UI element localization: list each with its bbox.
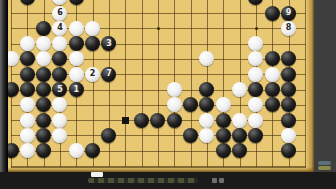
stone-white [52, 36, 67, 51]
stone-white [248, 113, 263, 128]
stone-black [167, 113, 182, 128]
watermark-icon [318, 161, 331, 171]
stone-white [36, 51, 51, 66]
stone-white [69, 143, 84, 158]
stone-move-4: 4 [52, 21, 67, 36]
stone-white [36, 36, 51, 51]
board-right-edge [306, 0, 314, 172]
stone-white [20, 97, 35, 112]
go-board[interactable]: 694832751 [8, 0, 314, 172]
window-left-edge [0, 0, 8, 172]
stone-move-6: 6 [52, 6, 67, 21]
stone-move-1: 1 [69, 82, 84, 97]
star-point [255, 27, 258, 30]
stone-black [248, 0, 263, 5]
stone-white [52, 128, 67, 143]
grid-line-vertical [158, 0, 159, 167]
stone-white [69, 51, 84, 66]
stone-black [36, 143, 51, 158]
stone-move-9: 9 [281, 6, 296, 21]
window-background [314, 0, 336, 172]
stone-move-7: 7 [101, 67, 116, 82]
stone-white [232, 82, 247, 97]
stone-black [216, 113, 231, 128]
stone-white [199, 128, 214, 143]
stone-black [232, 143, 247, 158]
stone-black [36, 113, 51, 128]
mini-buttons-icon[interactable] [212, 178, 224, 183]
stone-black [20, 82, 35, 97]
stone-white [248, 67, 263, 82]
stone-white [52, 113, 67, 128]
stone-black [85, 143, 100, 158]
stone-white [20, 128, 35, 143]
stone-black [216, 128, 231, 143]
grid-line-horizontal [11, 151, 306, 152]
stone-black [36, 128, 51, 143]
stone-white [20, 36, 35, 51]
stone-white [265, 67, 280, 82]
stone-black [134, 113, 149, 128]
stone-black [265, 6, 280, 21]
stone-move-3: 3 [101, 36, 116, 51]
stone-black [69, 36, 84, 51]
stone-black [248, 128, 263, 143]
stone-black [36, 82, 51, 97]
stone-white [199, 113, 214, 128]
stone-white [232, 113, 247, 128]
stone-black [281, 67, 296, 82]
star-point [157, 27, 160, 30]
stone-white [167, 97, 182, 112]
stone-black [183, 128, 198, 143]
stone-black [36, 97, 51, 112]
stone-black [265, 82, 280, 97]
stone-black [248, 82, 263, 97]
stone-white [52, 0, 67, 5]
stone-white [248, 36, 263, 51]
progress-handle[interactable] [91, 172, 103, 177]
stone-black [52, 51, 67, 66]
stone-black [8, 82, 19, 97]
stone-move-5: 5 [52, 82, 67, 97]
grid-line-vertical [125, 0, 126, 167]
player-bar [0, 172, 336, 189]
stone-black [281, 82, 296, 97]
stone-white [216, 97, 231, 112]
stone-black [281, 97, 296, 112]
stone-black [69, 0, 84, 5]
stone-white [52, 97, 67, 112]
stone-black [265, 97, 280, 112]
stone-white [69, 67, 84, 82]
stone-black [183, 97, 198, 112]
stone-black [36, 67, 51, 82]
square-mark [122, 117, 129, 124]
stone-black [8, 143, 19, 158]
stone-white [69, 21, 84, 36]
stone-white [20, 143, 35, 158]
stone-white [248, 51, 263, 66]
stone-move-8: 8 [281, 21, 296, 36]
grid-line-vertical [142, 0, 143, 167]
stone-black [281, 51, 296, 66]
stone-black [199, 82, 214, 97]
stone-black [20, 67, 35, 82]
stone-white [167, 82, 182, 97]
stone-black [20, 0, 35, 5]
stone-black [36, 21, 51, 36]
stone-white [199, 51, 214, 66]
stone-move-2: 2 [85, 67, 100, 82]
app-window: 694832751 [0, 0, 336, 189]
stone-black [265, 51, 280, 66]
stone-black [85, 36, 100, 51]
stone-white [85, 21, 100, 36]
stone-black [216, 143, 231, 158]
stone-white [20, 113, 35, 128]
stone-black [101, 128, 116, 143]
stone-black [232, 128, 247, 143]
stone-black [281, 113, 296, 128]
progress-track[interactable] [88, 178, 198, 183]
stone-black [199, 97, 214, 112]
stone-black [281, 143, 296, 158]
stone-black [20, 51, 35, 66]
stone-black [150, 113, 165, 128]
grid-line-vertical [305, 0, 306, 167]
grid-line-horizontal [11, 166, 306, 168]
stone-white [248, 97, 263, 112]
stone-white [8, 51, 19, 66]
stone-white [281, 128, 296, 143]
stone-black [52, 67, 67, 82]
